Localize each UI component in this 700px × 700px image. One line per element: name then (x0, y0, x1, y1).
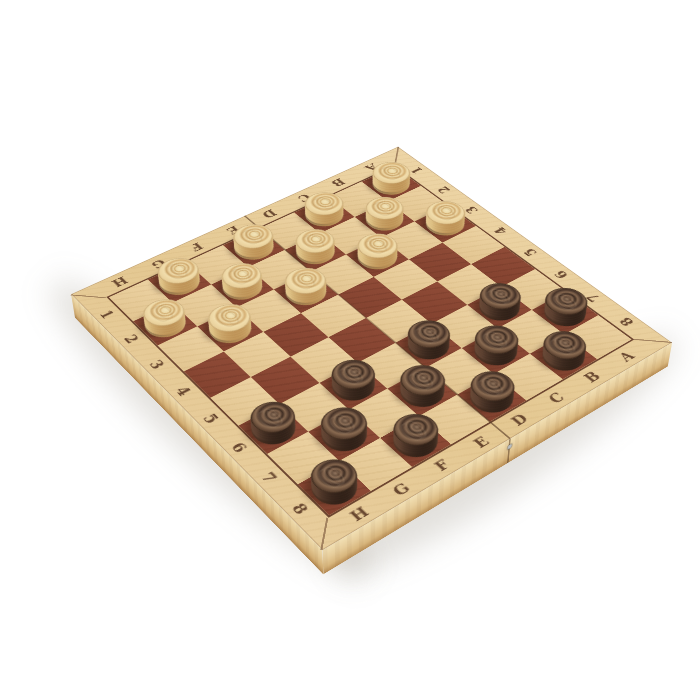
photo-stage: 12345678 12345678 ABCDEFGH ABCDEFGH ⛀⛀⛂⛀… (0, 0, 700, 700)
black-checker-a7[interactable]: ⛂ (536, 294, 593, 331)
board-field: ⛀⛀⛂⛀⛂⛂⛀⛀⛂⛀⛂⛂⛀⛀⛂⛀⛂⛂⛀⛀⛂⛀⛂⛂ (106, 165, 634, 517)
frame-mitre-joint (321, 517, 329, 550)
square-e3[interactable]: ⛀ (274, 272, 338, 313)
checkers-board: 12345678 12345678 ABCDEFGH ABCDEFGH ⛀⛀⛂⛀… (71, 147, 672, 550)
board-top: 12345678 12345678 ABCDEFGH ABCDEFGH ⛀⛀⛂⛀… (71, 147, 672, 550)
black-checker-b6[interactable]: ⛂ (471, 289, 528, 326)
frame-mitre-joint (634, 339, 672, 343)
frame-mitre-joint (71, 294, 107, 298)
black-checker-f6[interactable]: ⛂ (324, 365, 384, 406)
white-checker-g3[interactable]: ⛀ (202, 310, 259, 348)
